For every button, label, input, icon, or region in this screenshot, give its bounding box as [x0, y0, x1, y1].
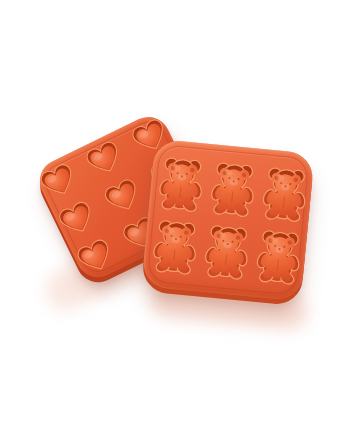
- bear-cavity-r1-c3: [260, 163, 311, 223]
- bear-cavity-grid: [141, 139, 314, 302]
- product-photo-stage: [0, 0, 350, 433]
- heart-cavity-r2-c2: [101, 176, 145, 218]
- bear-mold: [141, 139, 314, 302]
- bear-cavity-r2-c1: [149, 216, 200, 276]
- heart-cavity-r1-c2: [83, 138, 127, 180]
- bear-mold-surface: [141, 139, 314, 302]
- bear-cavity-r1-c1: [155, 153, 206, 213]
- bear-cavity-r2-c3: [253, 226, 304, 286]
- bear-cavity-r1-c2: [208, 158, 259, 218]
- bear-cavity-r2-c2: [201, 221, 252, 281]
